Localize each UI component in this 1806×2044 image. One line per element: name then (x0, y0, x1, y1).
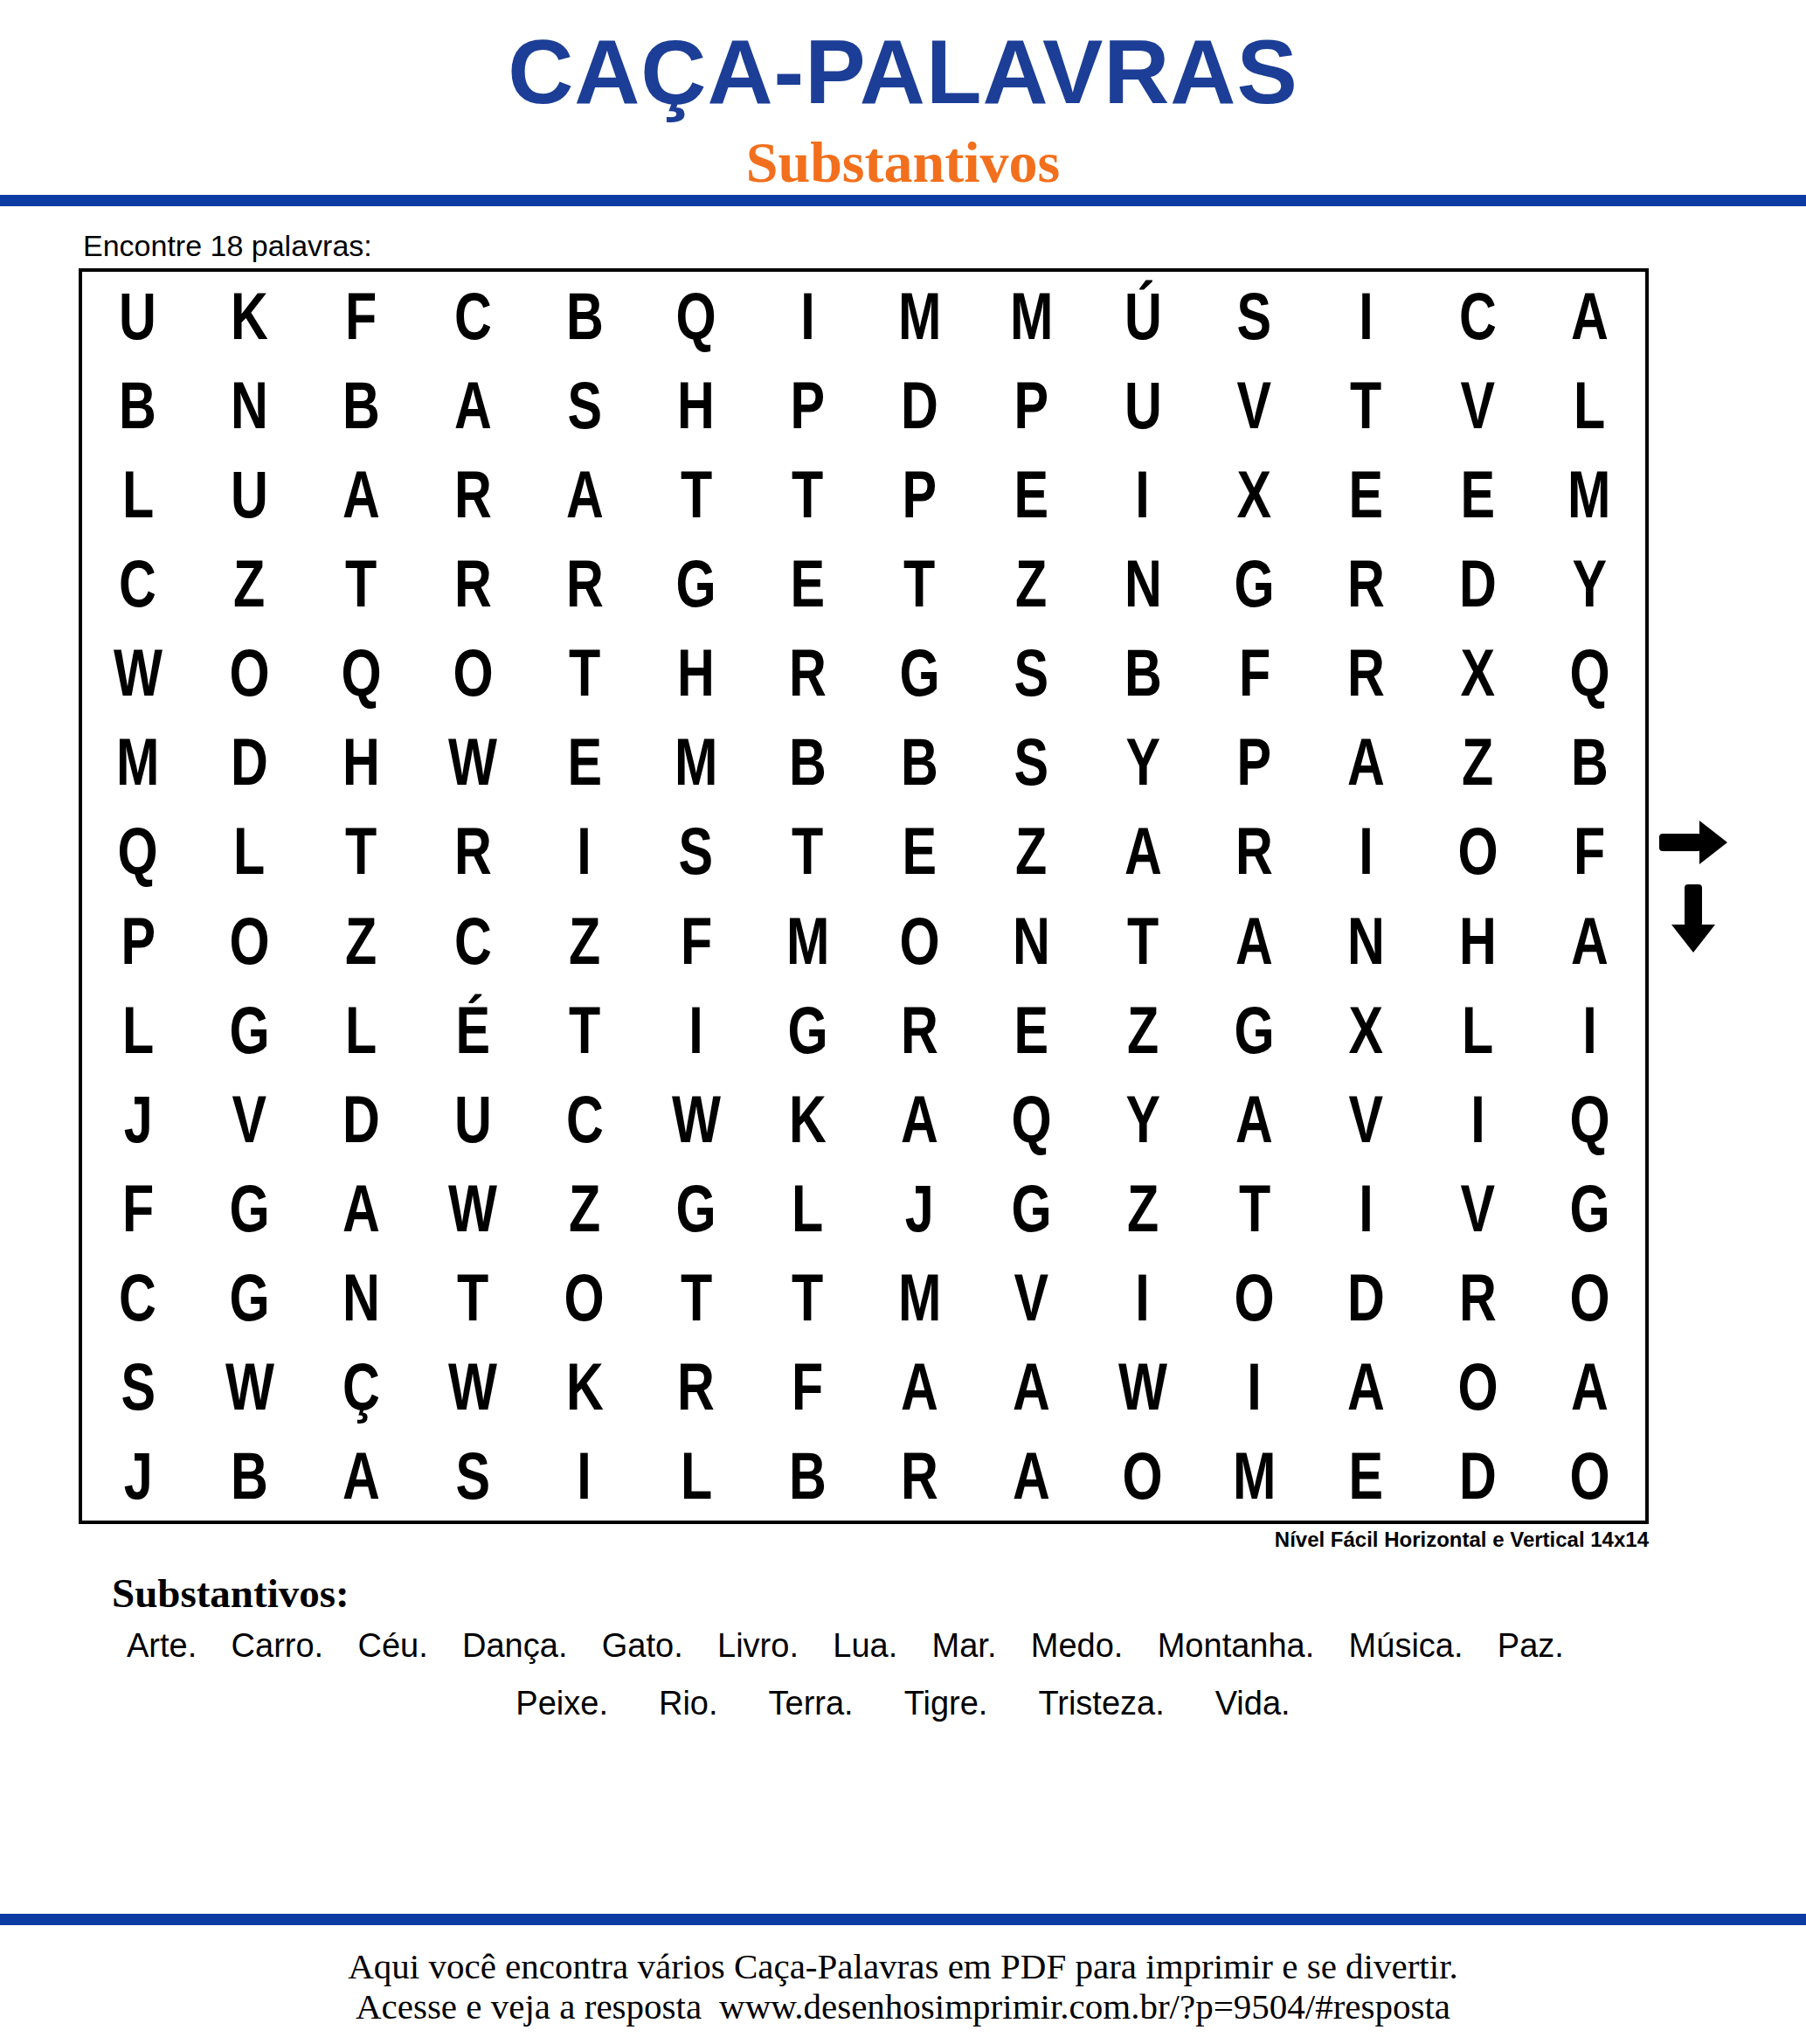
grid-cell-r10c9[interactable]: Q (975, 1075, 1087, 1164)
grid-cell-r12c11[interactable]: O (1199, 1253, 1311, 1342)
grid-cell-r9c3[interactable]: L (306, 986, 418, 1075)
grid-letter: X (1461, 640, 1496, 706)
grid-cell-r4c2[interactable]: Z (194, 539, 306, 628)
grid-cell-r7c4[interactable]: R (417, 807, 529, 896)
grid-cell-r4c7[interactable]: E (752, 539, 864, 628)
grid-cell-r12c4[interactable]: T (417, 1253, 529, 1342)
grid-cell-r1c13[interactable]: C (1422, 272, 1533, 361)
grid-cell-r11c6[interactable]: G (640, 1164, 752, 1253)
grid-letter: F (122, 1175, 154, 1242)
grid-cell-r12c3[interactable]: N (306, 1253, 418, 1342)
grid-letter: W (114, 640, 163, 706)
grid-letter: E (567, 729, 602, 795)
grid-cell-r13c2[interactable]: W (194, 1342, 306, 1431)
grid-cell-r1c6[interactable]: Q (640, 272, 752, 361)
grid-letter: J (123, 1086, 152, 1153)
grid-cell-r4c8[interactable]: T (863, 539, 975, 628)
grid-letter: N (1124, 551, 1162, 617)
grid-cell-r6c13[interactable]: Z (1422, 717, 1533, 807)
grid-cell-r14c2[interactable]: B (194, 1431, 306, 1521)
grid-cell-r8c7[interactable]: M (752, 896, 864, 985)
grid-letter: B (343, 372, 380, 439)
grid-cell-r14c11[interactable]: M (1199, 1431, 1311, 1521)
grid-letter: E (1461, 461, 1496, 528)
grid-cell-r7c6[interactable]: S (640, 807, 752, 896)
grid-letter: G (1235, 997, 1275, 1064)
grid-cell-r8c10[interactable]: T (1087, 896, 1199, 985)
grid-letter: U (454, 1086, 492, 1153)
grid-cell-r4c4[interactable]: R (417, 539, 529, 628)
word-item: Lua. (833, 1627, 897, 1665)
grid-cell-r6c11[interactable]: P (1199, 717, 1311, 807)
grid-cell-r13c9[interactable]: A (975, 1342, 1087, 1431)
grid-letter: A (343, 461, 380, 528)
grid-cell-r3c11[interactable]: X (1199, 450, 1311, 539)
grid-cell-r11c4[interactable]: W (417, 1164, 529, 1253)
grid-letter: T (457, 1265, 488, 1331)
grid-cell-r10c6[interactable]: W (640, 1075, 752, 1164)
grid-letter: I (1136, 1265, 1150, 1331)
grid-cell-r8c11[interactable]: A (1199, 896, 1311, 985)
grid-cell-r8c3[interactable]: Z (306, 896, 418, 985)
grid-cell-r12c13[interactable]: R (1422, 1253, 1533, 1342)
grid-cell-r1c14[interactable]: A (1533, 272, 1645, 361)
grid-cell-r5c2[interactable]: O (194, 628, 306, 717)
grid-cell-r7c12[interactable]: I (1311, 807, 1422, 896)
grid-cell-r7c11[interactable]: R (1199, 807, 1311, 896)
grid-cell-r1c4[interactable]: C (417, 272, 529, 361)
grid-cell-r1c12[interactable]: I (1311, 272, 1422, 361)
grid-cell-r13c5[interactable]: K (529, 1342, 640, 1431)
grid-letter: A (1571, 908, 1609, 974)
grid-cell-r6c7[interactable]: B (752, 717, 864, 807)
grid-cell-r4c3[interactable]: T (306, 539, 418, 628)
grid-letter: M (1233, 1443, 1276, 1509)
right-arrow-icon (1659, 820, 1727, 865)
grid-cell-r1c1[interactable]: U (82, 272, 194, 361)
grid-cell-r4c5[interactable]: R (529, 539, 640, 628)
grid-cell-r6c9[interactable]: S (975, 717, 1087, 807)
grid-letter: O (1457, 1354, 1498, 1420)
grid-cell-r10c12[interactable]: V (1311, 1075, 1422, 1164)
grid-cell-r9c1[interactable]: L (82, 986, 194, 1075)
grid-cell-r1c5[interactable]: B (529, 272, 640, 361)
grid-cell-r2c5[interactable]: S (529, 361, 640, 450)
grid-cell-r12c10[interactable]: I (1087, 1253, 1199, 1342)
grid-letter: J (123, 1443, 152, 1509)
puzzle-page: CAÇA-PALAVRAS Substantivos Encontre 18 p… (0, 0, 1806, 2044)
grid-cell-r3c9[interactable]: E (975, 450, 1087, 539)
grid-cell-r14c4[interactable]: S (417, 1431, 529, 1521)
grid-cell-r10c13[interactable]: I (1422, 1075, 1533, 1164)
grid-letter: X (1237, 461, 1272, 528)
grid-cell-r13c11[interactable]: I (1199, 1342, 1311, 1431)
grid-cell-r10c2[interactable]: V (194, 1075, 306, 1164)
grid-letter: O (453, 640, 493, 706)
word-item: Tristeza. (1038, 1685, 1164, 1722)
grid-letter: Q (1569, 640, 1609, 706)
grid-cell-r2c6[interactable]: H (640, 361, 752, 450)
grid-cell-r8c14[interactable]: A (1533, 896, 1645, 985)
grid-cell-r11c1[interactable]: F (82, 1164, 194, 1253)
grid-letter: N (1347, 908, 1385, 974)
grid-letter: O (230, 640, 270, 706)
grid-letter: C (454, 908, 492, 974)
grid-cell-r7c14[interactable]: F (1533, 807, 1645, 896)
grid-cell-r7c8[interactable]: E (863, 807, 975, 896)
grid-letter: U (231, 461, 268, 528)
grid-cell-r1c9[interactable]: M (975, 272, 1087, 361)
grid-letter: Ú (1124, 283, 1162, 350)
grid-cell-r5c12[interactable]: R (1311, 628, 1422, 717)
grid-cell-r3c7[interactable]: T (752, 450, 864, 539)
grid-cell-r2c12[interactable]: T (1311, 361, 1422, 450)
grid-cell-r11c9[interactable]: G (975, 1164, 1087, 1253)
grid-cell-r4c12[interactable]: R (1311, 539, 1422, 628)
grid-letter: A (901, 1086, 938, 1153)
grid-cell-r13c13[interactable]: O (1422, 1342, 1533, 1431)
footer-url[interactable]: www.desenhosimprimir.com.br/?p=9504/#res… (719, 1985, 1450, 2027)
grid-cell-r10c11[interactable]: A (1199, 1075, 1311, 1164)
grid-cell-r6c12[interactable]: A (1311, 717, 1422, 807)
grid-letter: G (1569, 1175, 1609, 1242)
grid-cell-r5c10[interactable]: B (1087, 628, 1199, 717)
grid-letter: S (455, 1443, 490, 1509)
grid-cell-r9c6[interactable]: I (640, 986, 752, 1075)
word-search-grid: UKFCBQIMMÚSICABNBASHPDPUVTVLLUARATTPEIXE… (79, 268, 1649, 1524)
grid-cell-r11c3[interactable]: A (306, 1164, 418, 1253)
grid-cell-r11c5[interactable]: Z (529, 1164, 640, 1253)
grid-cell-r14c13[interactable]: D (1422, 1431, 1533, 1521)
grid-letter: V (232, 1086, 267, 1153)
grid-cell-r11c11[interactable]: T (1199, 1164, 1311, 1253)
grid-cell-r13c7[interactable]: F (752, 1342, 864, 1431)
grid-letter: T (792, 1265, 823, 1331)
grid-cell-r2c2[interactable]: N (194, 361, 306, 450)
grid-letter: W (1118, 1354, 1167, 1420)
grid-letter: R (1459, 1265, 1497, 1331)
grid-letter: D (343, 1086, 380, 1153)
grid-cell-r2c4[interactable]: A (417, 361, 529, 450)
grid-cell-r7c9[interactable]: Z (975, 807, 1087, 896)
grid-cell-r12c14[interactable]: O (1533, 1253, 1645, 1342)
grid-cell-r9c13[interactable]: L (1422, 986, 1533, 1075)
grid-cell-r11c8[interactable]: J (863, 1164, 975, 1253)
top-divider (0, 195, 1806, 206)
grid-letter: O (1235, 1265, 1275, 1331)
grid-cell-r14c7[interactable]: B (752, 1431, 864, 1521)
grid-cell-r5c8[interactable]: G (863, 628, 975, 717)
grid-cell-r7c10[interactable]: A (1087, 807, 1199, 896)
grid-letter: E (903, 818, 938, 884)
grid-letter: L (122, 997, 154, 1064)
grid-cell-r4c1[interactable]: C (82, 539, 194, 628)
grid-cell-r1c3[interactable]: F (306, 272, 418, 361)
grid-letter: T (345, 551, 377, 617)
grid-cell-r14c5[interactable]: I (529, 1431, 640, 1521)
grid-letter: Z (1015, 818, 1047, 884)
grid-cell-r14c9[interactable]: A (975, 1431, 1087, 1521)
grid-cell-r8c4[interactable]: C (417, 896, 529, 985)
grid-cell-r13c12[interactable]: A (1311, 1342, 1422, 1431)
grid-cell-r10c3[interactable]: D (306, 1075, 418, 1164)
grid-cell-r10c4[interactable]: U (417, 1075, 529, 1164)
grid-cell-r6c6[interactable]: M (640, 717, 752, 807)
grid-cell-r5c7[interactable]: R (752, 628, 864, 717)
grid-letter: Z (1015, 551, 1047, 617)
grid-letter: R (454, 818, 492, 884)
grid-cell-r4c6[interactable]: G (640, 539, 752, 628)
grid-letter: É (455, 997, 490, 1064)
grid-cell-r8c2[interactable]: O (194, 896, 306, 985)
grid-cell-r14c10[interactable]: O (1087, 1431, 1199, 1521)
grid-cell-r11c10[interactable]: Z (1087, 1164, 1199, 1253)
grid-cell-r14c14[interactable]: O (1533, 1431, 1645, 1521)
grid-letter: F (681, 908, 712, 974)
grid-cell-r2c7[interactable]: P (752, 361, 864, 450)
grid-letter: K (231, 283, 268, 350)
grid-letter: H (1459, 908, 1497, 974)
grid-cell-r7c13[interactable]: O (1422, 807, 1533, 896)
grid-cell-r6c10[interactable]: Y (1087, 717, 1199, 807)
grid-cell-r8c1[interactable]: P (82, 896, 194, 985)
grid-cell-r10c1[interactable]: J (82, 1075, 194, 1164)
grid-cell-r9c12[interactable]: X (1311, 986, 1422, 1075)
grid-cell-r3c1[interactable]: L (82, 450, 194, 539)
grid-letter: S (679, 818, 714, 884)
grid-cell-r9c4[interactable]: É (417, 986, 529, 1075)
grid-cell-r8c5[interactable]: Z (529, 896, 640, 985)
grid-cell-r11c12[interactable]: I (1311, 1164, 1422, 1253)
grid-letter: W (448, 1175, 497, 1242)
grid-letter: A (1013, 1443, 1050, 1509)
grid-cell-r10c5[interactable]: C (529, 1075, 640, 1164)
grid-cell-r12c12[interactable]: D (1311, 1253, 1422, 1342)
grid-cell-r11c7[interactable]: L (752, 1164, 864, 1253)
grid-cell-r5c6[interactable]: H (640, 628, 752, 717)
grid-cell-r5c5[interactable]: T (529, 628, 640, 717)
grid-cell-r12c8[interactable]: M (863, 1253, 975, 1342)
grid-cell-r8c6[interactable]: F (640, 896, 752, 985)
grid-cell-r12c9[interactable]: V (975, 1253, 1087, 1342)
grid-cell-r14c1[interactable]: J (82, 1431, 194, 1521)
grid-letter: S (1014, 729, 1048, 795)
grid-cell-r2c13[interactable]: V (1422, 361, 1533, 450)
grid-cell-r14c8[interactable]: R (863, 1431, 975, 1521)
grid-letter: X (1349, 997, 1384, 1064)
grid-cell-r14c3[interactable]: A (306, 1431, 418, 1521)
word-item: Livro. (717, 1627, 799, 1665)
grid-letter: V (1014, 1265, 1048, 1331)
grid-cell-r6c3[interactable]: H (306, 717, 418, 807)
wordlist-row-2: Peixe.Rio.Terra.Tigre.Tristeza.Vida. (0, 1685, 1806, 1722)
grid-letter: G (676, 1175, 716, 1242)
grid-letter: Z (345, 908, 377, 974)
grid-cell-r7c2[interactable]: L (194, 807, 306, 896)
grid-cell-r13c6[interactable]: R (640, 1342, 752, 1431)
grid-cell-r9c9[interactable]: E (975, 986, 1087, 1075)
word-item: Montanha. (1158, 1627, 1315, 1665)
grid-letter: U (1124, 372, 1162, 439)
grid-cell-r13c10[interactable]: W (1087, 1342, 1199, 1431)
grid-cell-r2c1[interactable]: B (82, 361, 194, 450)
grid-cell-r3c10[interactable]: I (1087, 450, 1199, 539)
grid-cell-r5c1[interactable]: W (82, 628, 194, 717)
grid-letter: S (121, 1354, 156, 1420)
grid-letter: L (345, 997, 377, 1064)
grid-cell-r7c3[interactable]: T (306, 807, 418, 896)
grid-letter: T (1127, 908, 1159, 974)
grid-cell-r5c3[interactable]: Q (306, 628, 418, 717)
grid-cell-r9c8[interactable]: R (863, 986, 975, 1075)
grid-cell-r9c5[interactable]: T (529, 986, 640, 1075)
grid-letter: D (1347, 1265, 1385, 1331)
grid-cell-r13c14[interactable]: A (1533, 1342, 1645, 1431)
grid-letter: B (1124, 640, 1162, 706)
grid-letter: D (231, 729, 268, 795)
grid-cell-r13c1[interactable]: S (82, 1342, 194, 1431)
grid-letter: B (231, 1443, 268, 1509)
grid-letter: A (1124, 818, 1162, 884)
grid-letter: Y (1125, 1086, 1160, 1153)
difficulty-note: Nível Fácil Horizontal e Vertical 14x14 (950, 1528, 1649, 1552)
grid-letter: I (1247, 1354, 1261, 1420)
grid-letter: Q (341, 640, 381, 706)
page-title: CAÇA-PALAVRAS (0, 24, 1806, 120)
word-item: Tigre. (904, 1685, 988, 1722)
word-item: Arte. (127, 1627, 197, 1665)
grid-cell-r6c2[interactable]: D (194, 717, 306, 807)
grid-cell-r4c13[interactable]: D (1422, 539, 1533, 628)
grid-cell-r4c9[interactable]: Z (975, 539, 1087, 628)
grid-cell-r3c6[interactable]: T (640, 450, 752, 539)
grid-letter: O (1569, 1443, 1609, 1509)
grid-cell-r13c3[interactable]: Ç (306, 1342, 418, 1431)
grid-letter: Q (118, 818, 158, 884)
grid-letter: R (566, 551, 604, 617)
grid-cell-r2c11[interactable]: V (1199, 361, 1311, 450)
grid-cell-r2c8[interactable]: D (863, 361, 975, 450)
grid-cell-r11c13[interactable]: V (1422, 1164, 1533, 1253)
grid-letter: A (454, 372, 492, 439)
grid-letter: A (566, 461, 604, 528)
grid-cell-r12c2[interactable]: G (194, 1253, 306, 1342)
grid-cell-r1c10[interactable]: Ú (1087, 272, 1199, 361)
grid-letter: H (677, 372, 715, 439)
grid-cell-r9c2[interactable]: G (194, 986, 306, 1075)
grid-cell-r1c11[interactable]: S (1199, 272, 1311, 361)
grid-cell-r5c9[interactable]: S (975, 628, 1087, 717)
grid-cell-r7c7[interactable]: T (752, 807, 864, 896)
grid-cell-r3c5[interactable]: A (529, 450, 640, 539)
grid-cell-r11c2[interactable]: G (194, 1164, 306, 1253)
grid-cell-r9c10[interactable]: Z (1087, 986, 1199, 1075)
grid-cell-r9c14[interactable]: I (1533, 986, 1645, 1075)
grid-letter: Y (1572, 551, 1607, 617)
grid-cell-r11c14[interactable]: G (1533, 1164, 1645, 1253)
grid-cell-r10c14[interactable]: Q (1533, 1075, 1645, 1164)
grid-letter: L (122, 461, 154, 528)
grid-cell-r6c4[interactable]: W (417, 717, 529, 807)
grid-letter: R (901, 997, 938, 1064)
grid-cell-r13c4[interactable]: W (417, 1342, 529, 1431)
grid-letter: G (230, 1175, 270, 1242)
grid-cell-r8c12[interactable]: N (1311, 896, 1422, 985)
grid-cell-r6c1[interactable]: M (82, 717, 194, 807)
grid-cell-r14c6[interactable]: L (640, 1431, 752, 1521)
grid-cell-r12c5[interactable]: O (529, 1253, 640, 1342)
grid-cell-r3c8[interactable]: P (863, 450, 975, 539)
grid-cell-r4c11[interactable]: G (1199, 539, 1311, 628)
grid-cell-r10c8[interactable]: A (863, 1075, 975, 1164)
down-arrow-icon (1671, 884, 1716, 953)
grid-letter: W (448, 729, 497, 795)
grid-letter: A (1235, 908, 1273, 974)
grid-letter: R (677, 1354, 715, 1420)
grid-letter: F (345, 283, 377, 350)
grid-cell-r1c7[interactable]: I (752, 272, 864, 361)
grid-cell-r8c9[interactable]: N (975, 896, 1087, 985)
grid-cell-r9c11[interactable]: G (1199, 986, 1311, 1075)
grid-cell-r6c14[interactable]: B (1533, 717, 1645, 807)
grid-cell-r6c5[interactable]: E (529, 717, 640, 807)
grid-letter: M (898, 283, 941, 350)
grid-letter: G (1235, 551, 1275, 617)
grid-cell-r1c8[interactable]: M (863, 272, 975, 361)
grid-cell-r8c13[interactable]: H (1422, 896, 1533, 985)
grid-cell-r6c8[interactable]: B (863, 717, 975, 807)
grid-cell-r3c12[interactable]: E (1311, 450, 1422, 539)
grid-cell-r10c7[interactable]: K (752, 1075, 864, 1164)
grid-cell-r5c11[interactable]: F (1199, 628, 1311, 717)
grid-cell-r5c14[interactable]: Q (1533, 628, 1645, 717)
grid-cell-r2c9[interactable]: P (975, 361, 1087, 450)
grid-cell-r12c6[interactable]: T (640, 1253, 752, 1342)
grid-cell-r3c14[interactable]: M (1533, 450, 1645, 539)
grid-letter: M (116, 729, 159, 795)
grid-cell-r2c14[interactable]: L (1533, 361, 1645, 450)
grid-cell-r13c8[interactable]: A (863, 1342, 975, 1431)
grid-cell-r8c8[interactable]: O (863, 896, 975, 985)
grid-letter: Z (569, 1175, 600, 1242)
grid-cell-r1c2[interactable]: K (194, 272, 306, 361)
grid-cell-r7c1[interactable]: Q (82, 807, 194, 896)
grid-letter: R (1235, 818, 1273, 884)
grid-cell-r9c7[interactable]: G (752, 986, 864, 1075)
grid-cell-r3c13[interactable]: E (1422, 450, 1533, 539)
grid-letter: O (1123, 1443, 1163, 1509)
grid-cell-r4c14[interactable]: Y (1533, 539, 1645, 628)
grid-cell-r14c12[interactable]: E (1311, 1431, 1422, 1521)
grid-cell-r2c10[interactable]: U (1087, 361, 1199, 450)
grid-letter: P (1237, 729, 1272, 795)
grid-letter: T (792, 818, 823, 884)
grid-cell-r5c4[interactable]: O (417, 628, 529, 717)
grid-cell-r3c2[interactable]: U (194, 450, 306, 539)
grid-cell-r12c7[interactable]: T (752, 1253, 864, 1342)
grid-letter: Q (1569, 1086, 1609, 1153)
grid-cell-r4c10[interactable]: N (1087, 539, 1199, 628)
grid-cell-r5c13[interactable]: X (1422, 628, 1533, 717)
grid-cell-r7c5[interactable]: I (529, 807, 640, 896)
grid-cell-r3c3[interactable]: A (306, 450, 418, 539)
grid-cell-r3c4[interactable]: R (417, 450, 529, 539)
grid-letter: I (578, 1443, 592, 1509)
grid-cell-r12c1[interactable]: C (82, 1253, 194, 1342)
grid-cell-r2c3[interactable]: B (306, 361, 418, 450)
grid-cell-r10c10[interactable]: Y (1087, 1075, 1199, 1164)
grid-letter: F (792, 1354, 823, 1420)
